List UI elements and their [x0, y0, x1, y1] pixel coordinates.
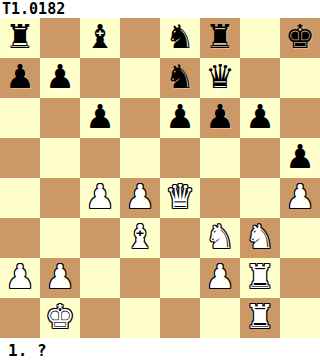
black-pawn[interactable]: ♟: [285, 138, 315, 177]
exercise-title: T1.0182: [0, 0, 320, 18]
black-king[interactable]: ♚: [285, 18, 315, 57]
square-a1[interactable]: [0, 298, 40, 338]
square-h4[interactable]: ♟: [280, 178, 320, 218]
black-pawn[interactable]: ♟: [85, 98, 115, 137]
white-queen[interactable]: ♛: [165, 178, 195, 217]
square-f2[interactable]: ♟: [200, 258, 240, 298]
square-a7[interactable]: ♟: [0, 58, 40, 98]
white-bishop[interactable]: ♝: [125, 218, 155, 257]
square-b5[interactable]: [40, 138, 80, 178]
white-knight[interactable]: ♞: [245, 218, 275, 257]
square-e6[interactable]: ♟: [160, 98, 200, 138]
square-a3[interactable]: [0, 218, 40, 258]
square-b2[interactable]: ♟: [40, 258, 80, 298]
square-g2[interactable]: ♜: [240, 258, 280, 298]
square-f8[interactable]: ♜: [200, 18, 240, 58]
square-h5[interactable]: ♟: [280, 138, 320, 178]
square-d4[interactable]: ♟: [120, 178, 160, 218]
square-d2[interactable]: [120, 258, 160, 298]
square-a4[interactable]: [0, 178, 40, 218]
black-queen[interactable]: ♛: [205, 58, 235, 97]
square-h1[interactable]: [280, 298, 320, 338]
square-c7[interactable]: [80, 58, 120, 98]
square-c2[interactable]: [80, 258, 120, 298]
black-knight[interactable]: ♞: [165, 58, 195, 97]
square-d1[interactable]: [120, 298, 160, 338]
black-pawn[interactable]: ♟: [5, 58, 35, 97]
white-pawn[interactable]: ♟: [5, 258, 35, 297]
square-d3[interactable]: ♝: [120, 218, 160, 258]
square-f3[interactable]: ♞: [200, 218, 240, 258]
square-e1[interactable]: [160, 298, 200, 338]
white-knight[interactable]: ♞: [205, 218, 235, 257]
square-a2[interactable]: ♟: [0, 258, 40, 298]
black-rook[interactable]: ♜: [5, 18, 35, 57]
black-bishop[interactable]: ♝: [85, 18, 115, 57]
square-g5[interactable]: [240, 138, 280, 178]
square-c8[interactable]: ♝: [80, 18, 120, 58]
white-pawn[interactable]: ♟: [85, 178, 115, 217]
white-pawn[interactable]: ♟: [45, 258, 75, 297]
square-c5[interactable]: [80, 138, 120, 178]
square-e2[interactable]: [160, 258, 200, 298]
square-d6[interactable]: [120, 98, 160, 138]
square-c4[interactable]: ♟: [80, 178, 120, 218]
square-b4[interactable]: [40, 178, 80, 218]
square-g4[interactable]: [240, 178, 280, 218]
square-g7[interactable]: [240, 58, 280, 98]
square-a6[interactable]: [0, 98, 40, 138]
square-e3[interactable]: [160, 218, 200, 258]
square-h7[interactable]: [280, 58, 320, 98]
square-h8[interactable]: ♚: [280, 18, 320, 58]
square-b7[interactable]: ♟: [40, 58, 80, 98]
square-h6[interactable]: [280, 98, 320, 138]
white-rook[interactable]: ♜: [245, 258, 275, 297]
square-e5[interactable]: [160, 138, 200, 178]
square-f1[interactable]: [200, 298, 240, 338]
square-e7[interactable]: ♞: [160, 58, 200, 98]
square-b8[interactable]: [40, 18, 80, 58]
square-g8[interactable]: [240, 18, 280, 58]
black-pawn[interactable]: ♟: [205, 98, 235, 137]
square-b6[interactable]: [40, 98, 80, 138]
chess-board: ♜♝♞♜♚♟♟♞♛♟♟♟♟♟♟♟♛♟♝♞♞♟♟♟♜♚♜: [0, 18, 320, 338]
square-d8[interactable]: [120, 18, 160, 58]
square-f5[interactable]: [200, 138, 240, 178]
square-g3[interactable]: ♞: [240, 218, 280, 258]
square-g6[interactable]: ♟: [240, 98, 280, 138]
black-pawn[interactable]: ♟: [165, 98, 195, 137]
square-f6[interactable]: ♟: [200, 98, 240, 138]
move-prompt: 1. ?: [0, 338, 320, 360]
chess-app: T1.0182 ♜♝♞♜♚♟♟♞♛♟♟♟♟♟♟♟♛♟♝♞♞♟♟♟♜♚♜ 1. ?: [0, 0, 320, 360]
square-h2[interactable]: [280, 258, 320, 298]
square-e4[interactable]: ♛: [160, 178, 200, 218]
black-pawn[interactable]: ♟: [245, 98, 275, 137]
square-d5[interactable]: [120, 138, 160, 178]
square-g1[interactable]: ♜: [240, 298, 280, 338]
white-king[interactable]: ♚: [45, 298, 75, 337]
black-rook[interactable]: ♜: [205, 18, 235, 57]
square-c3[interactable]: [80, 218, 120, 258]
square-e8[interactable]: ♞: [160, 18, 200, 58]
square-d7[interactable]: [120, 58, 160, 98]
square-a5[interactable]: [0, 138, 40, 178]
black-knight[interactable]: ♞: [165, 18, 195, 57]
square-a8[interactable]: ♜: [0, 18, 40, 58]
square-b3[interactable]: [40, 218, 80, 258]
square-c1[interactable]: [80, 298, 120, 338]
square-f7[interactable]: ♛: [200, 58, 240, 98]
square-c6[interactable]: ♟: [80, 98, 120, 138]
square-f4[interactable]: [200, 178, 240, 218]
black-pawn[interactable]: ♟: [45, 58, 75, 97]
white-pawn[interactable]: ♟: [285, 178, 315, 217]
white-pawn[interactable]: ♟: [205, 258, 235, 297]
square-h3[interactable]: [280, 218, 320, 258]
square-b1[interactable]: ♚: [40, 298, 80, 338]
white-pawn[interactable]: ♟: [125, 178, 155, 217]
white-rook[interactable]: ♜: [245, 298, 275, 337]
